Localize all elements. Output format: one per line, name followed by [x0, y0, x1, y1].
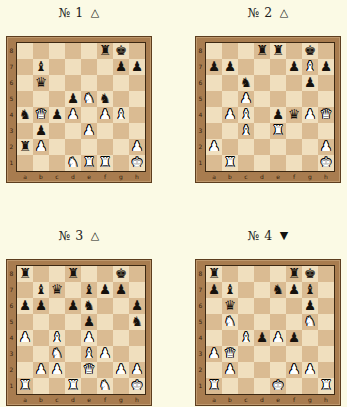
square-d5 [254, 314, 270, 330]
square-c2 [238, 139, 254, 155]
black-pawn: ♟ [304, 76, 316, 90]
square-d8: ♜ [65, 266, 81, 282]
file-label: f [97, 396, 113, 404]
file-label: d [254, 173, 270, 181]
square-g4 [302, 330, 318, 346]
square-g6 [113, 75, 129, 91]
square-a1: ♜ [17, 378, 33, 394]
square-f3 [286, 346, 302, 362]
white-rook: ♜ [320, 379, 332, 393]
white-rook: ♜ [208, 379, 220, 393]
puzzle-page: № 1 △ 87654321 ♜♚♝♟♟♛♟♞♞♞♛♟♟♟♝♟♟♜♟♟♞♜♜♚ … [0, 0, 347, 407]
square-c4: ♝ [238, 107, 254, 123]
black-queen: ♛ [35, 76, 47, 90]
square-e1: ♜ [81, 155, 97, 171]
white-bishop: ♝ [240, 331, 252, 345]
square-b1 [33, 155, 49, 171]
square-e5 [270, 91, 286, 107]
file-label: h [318, 396, 334, 404]
square-g6: ♟ [302, 298, 318, 314]
square-a3: ♟ [206, 346, 222, 362]
square-a3 [17, 123, 33, 139]
white-pawn: ♟ [208, 140, 220, 154]
square-b1: ♜ [222, 155, 238, 171]
square-e4: ♟ [81, 330, 97, 346]
square-a5 [206, 91, 222, 107]
square-d8: ♜ [254, 43, 270, 59]
square-h6 [318, 298, 334, 314]
white-king: ♚ [131, 379, 143, 393]
square-h8 [318, 43, 334, 59]
square-h5 [318, 314, 334, 330]
square-c7: ♛ [49, 282, 65, 298]
black-king: ♚ [304, 44, 316, 58]
rank-label: 4 [7, 330, 16, 346]
square-c7 [49, 59, 65, 75]
black-pawn: ♟ [208, 283, 220, 297]
black-pawn: ♟ [131, 299, 143, 313]
square-d6 [65, 75, 81, 91]
square-h1: ♚ [129, 155, 145, 171]
white-pawn: ♟ [67, 108, 79, 122]
square-b2: ♟ [33, 362, 49, 378]
square-d6: ♟ [65, 298, 81, 314]
square-h7 [318, 282, 334, 298]
square-f3 [286, 123, 302, 139]
square-a2: ♜ [17, 139, 33, 155]
square-h4 [318, 330, 334, 346]
black-rook: ♜ [99, 44, 111, 58]
square-b8 [222, 266, 238, 282]
file-label: c [49, 396, 65, 404]
square-d6 [254, 75, 270, 91]
square-a8 [206, 43, 222, 59]
square-c3: ♞ [49, 346, 65, 362]
square-f8 [97, 266, 113, 282]
square-g2: ♟ [113, 362, 129, 378]
rank-label: 4 [196, 107, 205, 123]
square-e3: ♜ [270, 123, 286, 139]
black-knight: ♞ [99, 92, 111, 106]
white-knight: ♞ [224, 315, 236, 329]
black-king: ♚ [304, 267, 316, 281]
file-label: d [65, 396, 81, 404]
square-a4 [206, 107, 222, 123]
square-f4: ♟ [97, 107, 113, 123]
square-c2 [49, 139, 65, 155]
chessboard-1: 87654321 ♜♚♝♟♟♛♟♞♞♞♛♟♟♟♝♟♟♜♟♟♞♜♜♚ abcdef… [6, 36, 152, 183]
square-h8 [129, 43, 145, 59]
square-h4 [129, 107, 145, 123]
square-a6: ♟ [17, 298, 33, 314]
rank-label: 7 [196, 282, 205, 298]
square-d5 [65, 314, 81, 330]
white-rook: ♜ [224, 156, 236, 170]
square-f8: ♜ [286, 266, 302, 282]
file-label: e [270, 396, 286, 404]
square-h6 [129, 75, 145, 91]
white-pawn: ♟ [208, 347, 220, 361]
file-coordinates: abcdefgh [17, 173, 145, 181]
square-g2: ♟ [302, 362, 318, 378]
square-e8 [81, 43, 97, 59]
file-label: d [254, 396, 270, 404]
square-d7 [254, 59, 270, 75]
black-rook: ♜ [19, 267, 31, 281]
square-a1: ♜ [206, 378, 222, 394]
square-e8 [81, 266, 97, 282]
square-g4: ♝ [113, 107, 129, 123]
rank-coordinates: 87654321 [196, 266, 205, 394]
black-knight: ♞ [272, 283, 284, 297]
rank-label: 7 [196, 59, 205, 75]
square-e6 [270, 75, 286, 91]
file-label: d [65, 173, 81, 181]
black-pawn: ♟ [67, 299, 79, 313]
square-f5 [286, 314, 302, 330]
board-squares: ♜♜♚♟♝♞♟♝♛♟♞♞♝♟♟♟♟♛♟♟♟♜♚♜ [205, 265, 335, 395]
white-rook: ♜ [67, 379, 79, 393]
rank-label: 6 [7, 298, 16, 314]
square-c1 [49, 155, 65, 171]
diagram-1-caption: № 1 △ [58, 6, 99, 20]
white-rook: ♜ [83, 156, 95, 170]
diagram-number: № 2 [247, 6, 272, 20]
black-rook: ♜ [272, 44, 284, 58]
square-e8 [270, 266, 286, 282]
square-h2: ♟ [318, 139, 334, 155]
square-g5: ♞ [302, 314, 318, 330]
square-a2: ♟ [206, 139, 222, 155]
diagram-4-caption: № 4 ▼ [247, 229, 288, 243]
black-queen: ♛ [288, 108, 300, 122]
rank-label: 4 [196, 330, 205, 346]
square-d8 [254, 266, 270, 282]
square-d3 [65, 346, 81, 362]
square-h5 [129, 91, 145, 107]
black-pawn: ♟ [256, 331, 268, 345]
square-e8: ♜ [270, 43, 286, 59]
square-c3 [49, 123, 65, 139]
black-pawn: ♟ [208, 60, 220, 74]
square-a4: ♟ [17, 330, 33, 346]
square-e5 [270, 314, 286, 330]
square-g1 [113, 378, 129, 394]
square-f4: ♛ [286, 107, 302, 123]
square-b6: ♛ [33, 75, 49, 91]
square-g7: ♟ [113, 59, 129, 75]
square-h7: ♟ [129, 59, 145, 75]
black-knight: ♞ [19, 108, 31, 122]
square-h2: ♟ [129, 362, 145, 378]
black-pawn: ♟ [83, 315, 95, 329]
rank-label: 1 [196, 155, 205, 171]
square-g4: ♟ [302, 107, 318, 123]
square-f1: ♜ [97, 155, 113, 171]
square-f6 [286, 75, 302, 91]
file-label: a [206, 173, 222, 181]
square-h3 [318, 123, 334, 139]
square-h1: ♚ [318, 155, 334, 171]
black-pawn: ♟ [131, 60, 143, 74]
square-c1 [49, 378, 65, 394]
side-to-move-icon: △ [91, 229, 100, 243]
white-king: ♚ [320, 156, 332, 170]
square-c6 [49, 75, 65, 91]
white-rook: ♜ [19, 379, 31, 393]
square-b3: ♟ [33, 123, 49, 139]
square-f2 [97, 139, 113, 155]
square-e1 [270, 155, 286, 171]
white-pawn: ♟ [304, 363, 316, 377]
rank-label: 6 [196, 75, 205, 91]
square-h8 [129, 266, 145, 282]
square-d1 [254, 378, 270, 394]
black-knight: ♞ [131, 315, 143, 329]
black-bishop: ♝ [35, 283, 47, 297]
square-b5: ♞ [222, 314, 238, 330]
white-king: ♚ [272, 379, 284, 393]
square-f4 [97, 330, 113, 346]
file-label: g [302, 396, 318, 404]
file-label: e [81, 396, 97, 404]
square-d2 [254, 362, 270, 378]
rank-label: 8 [196, 266, 205, 282]
square-f3: ♟ [97, 346, 113, 362]
diagram-3-caption: № 3 △ [58, 229, 99, 243]
square-e7: ♝ [81, 282, 97, 298]
rank-label: 8 [196, 43, 205, 59]
square-e6 [81, 75, 97, 91]
square-c8 [49, 266, 65, 282]
white-bishop: ♝ [115, 108, 127, 122]
square-e2 [81, 139, 97, 155]
rank-coordinates: 87654321 [7, 43, 16, 171]
square-f7 [97, 59, 113, 75]
diagram-2: № 2 △ 87654321 ♜♜♚♟♟♟♝♟♞♟♟♟♝♟♛♟♛♝♜♟♟♜♚ a… [196, 6, 340, 183]
side-to-move-icon: ▼ [280, 229, 289, 243]
square-g5 [113, 314, 129, 330]
black-rook: ♜ [67, 267, 79, 281]
square-d8 [65, 43, 81, 59]
square-c4: ♝ [49, 330, 65, 346]
square-g1 [113, 155, 129, 171]
board-squares: ♜♜♚♟♟♟♝♟♞♟♟♟♝♟♛♟♛♝♜♟♟♜♚ [205, 42, 335, 172]
square-a3 [206, 123, 222, 139]
square-e3: ♟ [81, 123, 97, 139]
black-pawn: ♟ [320, 60, 332, 74]
white-bishop: ♝ [240, 108, 252, 122]
rank-label: 2 [7, 362, 16, 378]
square-g3 [113, 346, 129, 362]
side-to-move-icon: △ [91, 6, 100, 20]
square-f7: ♟ [97, 282, 113, 298]
white-pawn: ♟ [131, 363, 143, 377]
file-label: h [129, 173, 145, 181]
rank-label: 1 [196, 378, 205, 394]
square-h1: ♜ [318, 378, 334, 394]
black-knight: ♞ [83, 299, 95, 313]
square-c3: ♝ [238, 123, 254, 139]
black-pawn: ♟ [115, 60, 127, 74]
square-c1 [238, 378, 254, 394]
square-c8 [49, 43, 65, 59]
rank-label: 6 [196, 298, 205, 314]
white-rook: ♜ [99, 156, 111, 170]
black-pawn: ♟ [288, 60, 300, 74]
square-d2 [254, 139, 270, 155]
square-c3 [238, 346, 254, 362]
file-label: h [129, 396, 145, 404]
square-g2 [113, 139, 129, 155]
file-label: e [270, 173, 286, 181]
square-f5 [97, 314, 113, 330]
square-f1 [286, 155, 302, 171]
rank-label: 6 [7, 75, 16, 91]
square-h8 [318, 266, 334, 282]
square-g7: ♝ [302, 59, 318, 75]
square-a2 [17, 362, 33, 378]
square-b2 [222, 139, 238, 155]
square-e7: ♞ [270, 282, 286, 298]
rank-label: 5 [7, 91, 16, 107]
chessboard-4: 87654321 ♜♜♚♟♝♞♟♝♛♟♞♞♝♟♟♟♟♛♟♟♟♜♚♜ abcdef… [195, 259, 341, 406]
white-pawn: ♟ [304, 108, 316, 122]
rank-label: 3 [7, 123, 16, 139]
square-a7 [17, 282, 33, 298]
white-pawn: ♟ [83, 331, 95, 345]
square-d4: ♟ [65, 107, 81, 123]
square-b6: ♟ [33, 298, 49, 314]
square-b4: ♟ [222, 107, 238, 123]
square-b4 [33, 330, 49, 346]
square-g2 [302, 139, 318, 155]
square-a5 [206, 314, 222, 330]
square-f6 [286, 298, 302, 314]
square-h6: ♟ [129, 298, 145, 314]
square-d5: ♟ [65, 91, 81, 107]
file-coordinates: abcdefgh [206, 396, 334, 404]
square-b2: ♟ [33, 139, 49, 155]
white-knight: ♞ [51, 347, 63, 361]
square-d4 [254, 107, 270, 123]
file-label: e [81, 173, 97, 181]
diagram-1: № 1 △ 87654321 ♜♚♝♟♟♛♟♞♞♞♛♟♟♟♝♟♟♜♟♟♞♜♜♚ … [7, 6, 151, 183]
square-b5 [33, 91, 49, 107]
rank-label: 1 [7, 155, 16, 171]
black-pawn: ♟ [51, 108, 63, 122]
file-label: f [97, 173, 113, 181]
square-e3: ♝ [81, 346, 97, 362]
white-rook: ♜ [272, 124, 284, 138]
square-a4: ♞ [17, 107, 33, 123]
square-c8 [238, 43, 254, 59]
square-d3 [65, 123, 81, 139]
square-a1 [17, 155, 33, 171]
white-knight: ♞ [304, 315, 316, 329]
square-h3 [318, 346, 334, 362]
white-pawn: ♟ [99, 108, 111, 122]
square-g7: ♝ [302, 282, 318, 298]
square-b6 [222, 75, 238, 91]
square-b3: ♛ [222, 346, 238, 362]
square-b8 [33, 266, 49, 282]
square-f4: ♟ [286, 330, 302, 346]
square-a8: ♜ [206, 266, 222, 282]
square-e1 [81, 378, 97, 394]
square-f5 [286, 91, 302, 107]
rank-label: 5 [196, 314, 205, 330]
square-g4 [113, 330, 129, 346]
square-g6: ♟ [302, 75, 318, 91]
square-g1 [302, 155, 318, 171]
square-a5 [17, 314, 33, 330]
rank-label: 5 [7, 314, 16, 330]
square-h5 [318, 91, 334, 107]
square-f2: ♟ [286, 362, 302, 378]
white-pawn: ♟ [240, 92, 252, 106]
file-label: c [49, 173, 65, 181]
chessboard-3: 87654321 ♜♜♚♝♛♝♟♟♟♟♟♞♟♟♞♟♝♟♞♝♟♟♟♛♟♟♜♜♞♚ … [6, 259, 152, 406]
black-pawn: ♟ [115, 283, 127, 297]
square-c4: ♟ [49, 107, 65, 123]
white-pawn: ♟ [35, 140, 47, 154]
file-coordinates: abcdefgh [206, 173, 334, 181]
white-pawn: ♟ [19, 331, 31, 345]
square-a8 [17, 43, 33, 59]
square-a6 [206, 75, 222, 91]
square-c7 [238, 282, 254, 298]
white-knight: ♞ [99, 379, 111, 393]
black-pawn: ♟ [288, 283, 300, 297]
black-rook: ♜ [208, 267, 220, 281]
black-pawn: ♟ [288, 331, 300, 345]
square-e3 [270, 346, 286, 362]
file-label: b [222, 396, 238, 404]
file-label: c [238, 173, 254, 181]
square-c5 [49, 91, 65, 107]
file-label: h [318, 173, 334, 181]
diagram-4: № 4 ▼ 87654321 ♜♜♚♟♝♞♟♝♛♟♞♞♝♟♟♟♟♛♟♟♟♜♚♜ … [196, 229, 340, 406]
white-pawn: ♟ [115, 363, 127, 377]
square-g8: ♚ [113, 43, 129, 59]
white-bishop: ♝ [240, 124, 252, 138]
square-g7: ♟ [113, 282, 129, 298]
square-b2: ♟ [222, 362, 238, 378]
diagram-row-1: № 1 △ 87654321 ♜♚♝♟♟♛♟♞♞♞♛♟♟♟♝♟♟♜♟♟♞♜♜♚ … [7, 6, 340, 183]
white-knight: ♞ [83, 92, 95, 106]
rank-label: 7 [7, 59, 16, 75]
square-c5 [238, 314, 254, 330]
black-pawn: ♟ [272, 108, 284, 122]
square-g6 [113, 298, 129, 314]
square-f7: ♟ [286, 282, 302, 298]
square-d2 [65, 362, 81, 378]
square-e7 [81, 59, 97, 75]
rank-label: 8 [7, 266, 16, 282]
square-b5 [33, 314, 49, 330]
white-pawn: ♟ [224, 363, 236, 377]
square-h7 [129, 282, 145, 298]
square-c5: ♟ [238, 91, 254, 107]
square-h3 [129, 123, 145, 139]
square-d4: ♟ [254, 330, 270, 346]
square-h7: ♟ [318, 59, 334, 75]
file-label: a [17, 396, 33, 404]
black-king: ♚ [115, 44, 127, 58]
square-h2 [318, 362, 334, 378]
square-g1 [302, 378, 318, 394]
